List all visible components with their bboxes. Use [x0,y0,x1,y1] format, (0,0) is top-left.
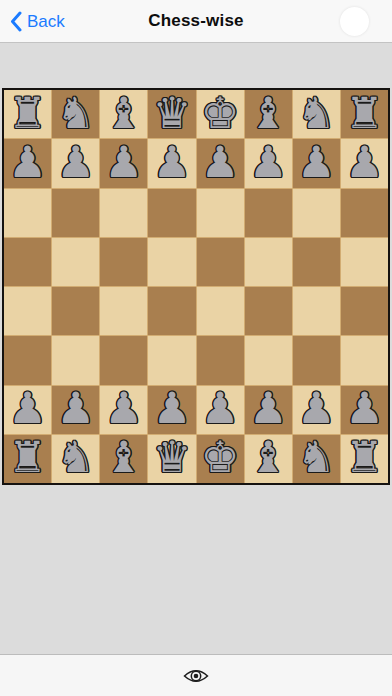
piece-white-rook[interactable]: ♜ [345,436,384,479]
piece-white-knight[interactable]: ♞ [56,436,95,479]
square-b3[interactable] [52,336,99,384]
square-e6[interactable] [197,189,244,237]
square-d1[interactable]: ♛ [148,435,195,483]
chess-board: ♜♞♝♛♚♝♞♜♟♟♟♟♟♟♟♟♟♟♟♟♟♟♟♟♜♞♝♛♚♝♞♜ [2,88,390,485]
square-f8[interactable]: ♝ [245,90,292,138]
square-f5[interactable] [245,238,292,286]
square-b2[interactable]: ♟ [52,386,99,434]
piece-black-knight[interactable]: ♞ [297,92,336,135]
square-f4[interactable] [245,287,292,335]
square-f2[interactable]: ♟ [245,386,292,434]
square-a3[interactable] [4,336,51,384]
piece-white-pawn[interactable]: ♟ [153,387,192,430]
square-d7[interactable]: ♟ [148,139,195,187]
piece-white-queen[interactable]: ♛ [153,436,192,479]
piece-black-pawn[interactable]: ♟ [153,141,192,184]
square-e1[interactable]: ♚ [197,435,244,483]
piece-white-pawn[interactable]: ♟ [8,387,47,430]
square-e3[interactable] [197,336,244,384]
square-g2[interactable]: ♟ [293,386,340,434]
piece-white-pawn[interactable]: ♟ [249,387,288,430]
piece-black-queen[interactable]: ♛ [153,92,192,135]
square-g5[interactable] [293,238,340,286]
square-c3[interactable] [100,336,147,384]
square-g8[interactable]: ♞ [293,90,340,138]
square-d8[interactable]: ♛ [148,90,195,138]
square-f1[interactable]: ♝ [245,435,292,483]
piece-black-pawn[interactable]: ♟ [201,141,240,184]
piece-white-pawn[interactable]: ♟ [201,387,240,430]
square-h3[interactable] [341,336,388,384]
square-g7[interactable]: ♟ [293,139,340,187]
square-b1[interactable]: ♞ [52,435,99,483]
square-c4[interactable] [100,287,147,335]
square-a5[interactable] [4,238,51,286]
square-h4[interactable] [341,287,388,335]
square-h5[interactable] [341,238,388,286]
square-c7[interactable]: ♟ [100,139,147,187]
piece-white-pawn[interactable]: ♟ [56,387,95,430]
square-e4[interactable] [197,287,244,335]
piece-black-bishop[interactable]: ♝ [105,92,144,135]
square-c5[interactable] [100,238,147,286]
piece-black-knight[interactable]: ♞ [56,92,95,135]
square-h8[interactable]: ♜ [341,90,388,138]
eye-toggle-button[interactable] [169,661,223,691]
piece-white-king[interactable]: ♚ [201,436,240,479]
square-b8[interactable]: ♞ [52,90,99,138]
piece-black-bishop[interactable]: ♝ [249,92,288,135]
eye-icon [183,667,209,685]
square-c2[interactable]: ♟ [100,386,147,434]
square-c1[interactable]: ♝ [100,435,147,483]
piece-black-pawn[interactable]: ♟ [345,141,384,184]
navigation-bar: Back Chess-wise [0,0,392,43]
square-b7[interactable]: ♟ [52,139,99,187]
square-a7[interactable]: ♟ [4,139,51,187]
piece-white-knight[interactable]: ♞ [297,436,336,479]
square-h1[interactable]: ♜ [341,435,388,483]
square-e8[interactable]: ♚ [197,90,244,138]
square-d5[interactable] [148,238,195,286]
square-g1[interactable]: ♞ [293,435,340,483]
square-c6[interactable] [100,189,147,237]
square-h6[interactable] [341,189,388,237]
square-b5[interactable] [52,238,99,286]
square-a2[interactable]: ♟ [4,386,51,434]
white-turn-indicator-circle[interactable] [340,7,369,36]
square-a8[interactable]: ♜ [4,90,51,138]
piece-black-pawn[interactable]: ♟ [56,141,95,184]
piece-black-pawn[interactable]: ♟ [8,141,47,184]
square-d6[interactable] [148,189,195,237]
chess-board-grid: ♜♞♝♛♚♝♞♜♟♟♟♟♟♟♟♟♟♟♟♟♟♟♟♟♜♞♝♛♚♝♞♜ [4,90,388,483]
square-e2[interactable]: ♟ [197,386,244,434]
square-g3[interactable] [293,336,340,384]
square-a6[interactable] [4,189,51,237]
square-h7[interactable]: ♟ [341,139,388,187]
square-f3[interactable] [245,336,292,384]
piece-white-bishop[interactable]: ♝ [105,436,144,479]
square-d3[interactable] [148,336,195,384]
square-g4[interactable] [293,287,340,335]
square-e7[interactable]: ♟ [197,139,244,187]
square-g6[interactable] [293,189,340,237]
piece-black-rook[interactable]: ♜ [345,92,384,135]
square-c8[interactable]: ♝ [100,90,147,138]
square-a4[interactable] [4,287,51,335]
square-h2[interactable]: ♟ [341,386,388,434]
piece-white-rook[interactable]: ♜ [8,436,47,479]
back-button[interactable]: Back [10,0,65,43]
chevron-left-icon [10,11,22,32]
square-d4[interactable] [148,287,195,335]
square-f6[interactable] [245,189,292,237]
square-b6[interactable] [52,189,99,237]
piece-white-bishop[interactable]: ♝ [249,436,288,479]
piece-black-pawn[interactable]: ♟ [297,141,336,184]
piece-black-pawn[interactable]: ♟ [249,141,288,184]
back-button-label: Back [27,12,65,32]
square-b4[interactable] [52,287,99,335]
square-f7[interactable]: ♟ [245,139,292,187]
bottom-toolbar [0,654,392,696]
chess-wise-app: Back Chess-wise ♜♞♝♛♚♝♞♜♟♟♟♟♟♟♟♟♟♟♟♟♟♟♟♟… [0,0,392,696]
piece-black-pawn[interactable]: ♟ [105,141,144,184]
piece-white-pawn[interactable]: ♟ [345,387,384,430]
piece-black-rook[interactable]: ♜ [8,92,47,135]
square-d2[interactable]: ♟ [148,386,195,434]
square-a1[interactable]: ♜ [4,435,51,483]
piece-black-king[interactable]: ♚ [201,92,240,135]
piece-white-pawn[interactable]: ♟ [105,387,144,430]
square-e5[interactable] [197,238,244,286]
piece-white-pawn[interactable]: ♟ [297,387,336,430]
